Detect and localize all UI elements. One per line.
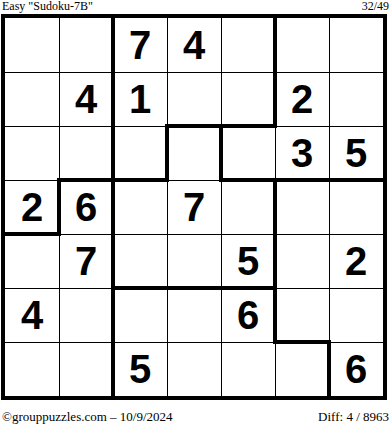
region-border-h-r5c5 <box>219 286 277 290</box>
region-border-h-r3c2 <box>57 178 115 182</box>
region-border-v-r3c2 <box>111 124 115 182</box>
region-border-h-r2c5 <box>219 124 277 128</box>
region-border-v-r5c2 <box>111 232 115 290</box>
header: Easy "Sudoku-7B" 32/49 <box>2 0 389 13</box>
region-border-h-r3c6 <box>273 178 331 182</box>
region-border-h-r3c3 <box>111 178 169 182</box>
region-border-h-r4c1 <box>3 232 61 236</box>
region-border-v-r5c5 <box>273 232 277 290</box>
sudoku-board: 74412352677524656 <box>1 14 387 400</box>
region-border-v-r4c2 <box>111 178 115 236</box>
region-border-v-r4c1 <box>57 178 61 236</box>
copyright-text: ©grouppuzzles.com – 10/9/2024 <box>2 409 173 424</box>
puzzle-title: Easy "Sudoku-7B" <box>2 0 93 13</box>
region-border-v-r6c2 <box>111 286 115 344</box>
grid-line-v4 <box>221 18 222 396</box>
region-border-v-r6c5 <box>273 286 277 344</box>
region-border-v-r4c5 <box>273 178 277 236</box>
region-border-v-r3c4 <box>219 124 223 182</box>
region-border-v-r7c2 <box>111 340 115 398</box>
region-border-h-r3c7 <box>327 178 385 182</box>
grid-lines <box>5 18 383 396</box>
region-border-h-r5c4 <box>165 286 223 290</box>
puzzle-page: Easy "Sudoku-7B" 32/49 74412352677524656… <box>0 0 391 426</box>
region-border-h-r3c5 <box>219 178 277 182</box>
region-border-h-r2c4 <box>165 124 223 128</box>
difficulty-text: Diff: 4 / 8963 <box>318 409 389 424</box>
region-border-v-r7c6 <box>327 340 331 398</box>
region-border-h-r6c6 <box>273 340 331 344</box>
region-border-v-r1c2 <box>111 16 115 74</box>
grid-line-h1 <box>5 72 383 73</box>
grid-line-h4 <box>5 234 383 235</box>
footer: ©grouppuzzles.com – 10/9/2024 Diff: 4 / … <box>2 409 389 424</box>
grid-line-v3 <box>167 18 168 396</box>
region-border-v-r3c3 <box>165 124 169 182</box>
region-border-v-r2c2 <box>111 70 115 128</box>
puzzle-counter: 32/49 <box>362 0 389 13</box>
region-border-v-r1c5 <box>273 16 277 74</box>
region-border-v-r2c5 <box>273 70 277 128</box>
region-border-h-r5c3 <box>111 286 169 290</box>
